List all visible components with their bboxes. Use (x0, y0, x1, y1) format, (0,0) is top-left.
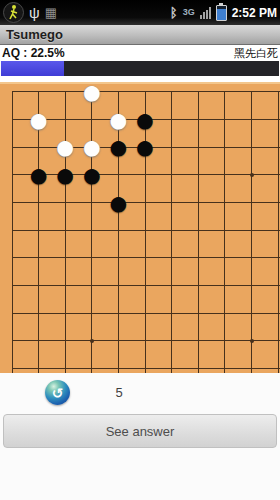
board-point[interactable] (25, 272, 52, 300)
board-point[interactable] (78, 272, 105, 300)
usb-icon: ψ (29, 5, 40, 20)
see-answer-label: See answer (106, 424, 175, 439)
walking-person-icon (3, 2, 24, 23)
move-counter: 5 (104, 385, 134, 400)
board-point[interactable] (0, 244, 25, 272)
board-point[interactable] (211, 82, 238, 106)
board-point[interactable]: ● (25, 161, 52, 189)
board-point[interactable] (78, 355, 105, 373)
board-point[interactable] (265, 355, 280, 373)
problem-goal-label: 黑先白死 (234, 46, 278, 61)
board-point[interactable] (0, 134, 25, 162)
board-point[interactable] (25, 327, 52, 355)
battery-icon (216, 5, 227, 21)
go-board-grid: ●●●●●●●●●●●● (0, 82, 280, 373)
board-point[interactable]: ● (25, 106, 52, 134)
black-stone: ● (105, 189, 132, 217)
board-point[interactable] (132, 300, 159, 328)
board-point[interactable] (0, 300, 25, 328)
board-point[interactable] (185, 106, 212, 134)
board-point[interactable] (185, 217, 212, 245)
board-point[interactable] (238, 82, 265, 106)
board-point[interactable] (0, 106, 25, 134)
board-point[interactable] (185, 82, 212, 106)
board-point[interactable] (132, 217, 159, 245)
board-point[interactable] (105, 355, 132, 373)
board-point[interactable] (0, 355, 25, 373)
board-point[interactable] (158, 189, 185, 217)
board-point[interactable] (238, 189, 265, 217)
board-point[interactable] (158, 300, 185, 328)
board-point[interactable] (105, 327, 132, 355)
bluetooth-icon: ᛒ (170, 6, 178, 19)
board-point[interactable] (185, 355, 212, 373)
info-bar: AQ : 22.5% 黑先白死 (0, 45, 280, 61)
app-title: Tsumego (6, 27, 63, 42)
status-clock: 2:52 PM (232, 6, 277, 20)
board-point[interactable] (158, 217, 185, 245)
board-point[interactable] (185, 272, 212, 300)
board-point[interactable] (158, 82, 185, 106)
white-stone: ● (25, 106, 52, 134)
board-point[interactable] (52, 82, 79, 106)
star-point (250, 173, 254, 177)
board-point[interactable]: ● (105, 134, 132, 162)
board-point[interactable] (78, 244, 105, 272)
board-point[interactable]: ● (105, 189, 132, 217)
board-point[interactable] (132, 355, 159, 373)
solved-percentage-label: AQ : 22.5% (2, 46, 65, 60)
3g-network-icon: 3G (183, 8, 195, 17)
undo-button[interactable]: ↺ (45, 380, 70, 405)
board-point[interactable] (0, 217, 25, 245)
board-point[interactable] (78, 327, 105, 355)
board-point[interactable] (158, 327, 185, 355)
board-point[interactable] (211, 134, 238, 162)
see-answer-button[interactable]: See answer (3, 414, 277, 448)
board-point[interactable] (211, 300, 238, 328)
board-point[interactable] (52, 217, 79, 245)
board-point[interactable] (52, 355, 79, 373)
board-point[interactable] (132, 272, 159, 300)
board-point[interactable] (158, 161, 185, 189)
board-point[interactable] (265, 244, 280, 272)
black-stone: ● (25, 161, 52, 189)
board-point[interactable] (185, 161, 212, 189)
board-point[interactable] (105, 244, 132, 272)
board-point[interactable] (238, 134, 265, 162)
board-point[interactable] (265, 300, 280, 328)
board-point[interactable] (265, 217, 280, 245)
board-point[interactable] (211, 189, 238, 217)
board-point[interactable] (0, 272, 25, 300)
board-point[interactable] (265, 106, 280, 134)
board-point[interactable] (158, 272, 185, 300)
black-stone: ● (52, 161, 79, 189)
board-point[interactable] (25, 300, 52, 328)
board-point[interactable] (238, 161, 265, 189)
title-bar: Tsumego (0, 25, 280, 45)
board-point[interactable] (0, 327, 25, 355)
board-point[interactable] (265, 82, 280, 106)
board-point[interactable] (52, 327, 79, 355)
progress-bar (1, 61, 279, 76)
board-point[interactable]: ● (52, 161, 79, 189)
board-point[interactable] (265, 272, 280, 300)
board-point[interactable] (238, 272, 265, 300)
black-stone: ● (78, 161, 105, 189)
progress-bar-fill (1, 61, 64, 76)
star-point (90, 339, 94, 343)
board-point[interactable] (158, 244, 185, 272)
board-point[interactable] (238, 217, 265, 245)
board-point[interactable] (52, 300, 79, 328)
board-point[interactable] (0, 82, 25, 106)
board-point[interactable] (238, 327, 265, 355)
board-point[interactable] (238, 300, 265, 328)
board-point[interactable] (211, 106, 238, 134)
board-point[interactable] (211, 355, 238, 373)
board-point[interactable] (105, 272, 132, 300)
board-point[interactable] (158, 106, 185, 134)
board-point[interactable] (78, 300, 105, 328)
board-point[interactable] (132, 327, 159, 355)
board-point[interactable] (211, 272, 238, 300)
board-point[interactable] (132, 244, 159, 272)
board-point[interactable] (185, 189, 212, 217)
black-stone: ● (132, 134, 159, 162)
star-point (250, 339, 254, 343)
board-point[interactable] (265, 134, 280, 162)
board-point[interactable]: ● (78, 161, 105, 189)
board-point[interactable] (132, 189, 159, 217)
board-point[interactable]: ● (132, 134, 159, 162)
board-point[interactable] (211, 327, 238, 355)
board-point[interactable] (238, 106, 265, 134)
board-point[interactable] (211, 161, 238, 189)
board-point[interactable] (25, 244, 52, 272)
board-point[interactable] (25, 217, 52, 245)
black-stone: ● (105, 134, 132, 162)
keypad-icon: ▦ (45, 6, 57, 19)
white-stone: ● (78, 82, 105, 106)
board-point[interactable] (0, 189, 25, 217)
board-point[interactable] (265, 161, 280, 189)
board-point[interactable] (78, 217, 105, 245)
board-point[interactable] (185, 244, 212, 272)
phone-screen: ψ ▦ ᛒ 3G 2:52 PM Tsumego AQ : 22.5% 黑先白死… (0, 0, 280, 500)
board-point[interactable] (238, 244, 265, 272)
undo-arrow-icon: ↺ (52, 386, 64, 400)
board-point[interactable] (238, 355, 265, 373)
board-point[interactable] (211, 217, 238, 245)
board-point[interactable] (0, 161, 25, 189)
board-point[interactable]: ● (78, 82, 105, 106)
board-point[interactable] (25, 355, 52, 373)
status-bar: ψ ▦ ᛒ 3G 2:52 PM (0, 0, 280, 25)
board-point[interactable] (105, 300, 132, 328)
board-point[interactable] (52, 244, 79, 272)
board-point[interactable] (158, 355, 185, 373)
board-point[interactable] (185, 134, 212, 162)
board-point[interactable] (185, 327, 212, 355)
board-point[interactable] (158, 134, 185, 162)
board-point[interactable] (265, 327, 280, 355)
board-point[interactable] (52, 272, 79, 300)
board-point[interactable] (211, 244, 238, 272)
board-point[interactable] (185, 300, 212, 328)
go-board: ●●●●●●●●●●●● (0, 82, 280, 373)
signal-strength-icon (200, 7, 211, 19)
board-point[interactable] (265, 189, 280, 217)
